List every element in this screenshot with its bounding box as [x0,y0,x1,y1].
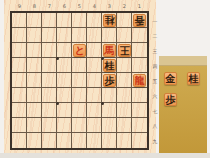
board-square[interactable] [102,28,117,43]
file-label: 9 [13,2,26,10]
board-square[interactable] [57,133,72,148]
board-square[interactable] [72,88,87,103]
piece-glyph: 歩 [104,75,115,86]
board-square[interactable] [117,13,132,28]
hand-piece[interactable]: 桂 [187,72,200,85]
board-square[interactable] [42,133,57,148]
piece-glyph: 香 [134,15,145,26]
file-label: 4 [88,2,101,10]
board-square[interactable] [117,118,132,133]
board-square[interactable] [42,103,57,118]
board-square[interactable] [12,103,27,118]
board-square[interactable] [27,118,42,133]
board-square[interactable] [12,88,27,103]
shogi-piece[interactable]: 王 [118,44,131,57]
board-square[interactable] [132,103,147,118]
board-square[interactable] [57,13,72,28]
board-square[interactable] [12,118,27,133]
shogi-piece[interactable]: 馬 [103,44,116,57]
board-square[interactable] [57,103,72,118]
board-grid [12,13,147,148]
file-label: 5 [73,2,86,10]
board-square[interactable] [87,28,102,43]
board-square[interactable] [72,133,87,148]
rank-label: 七 [152,105,158,117]
file-label: 7 [43,2,56,10]
board-square[interactable] [12,13,27,28]
hoshi-dot [56,57,59,60]
tray-header: ▲ [159,56,207,66]
board-square[interactable] [42,73,57,88]
piece-glyph: 歩 [165,94,176,105]
board-square[interactable] [117,103,132,118]
board-square[interactable] [102,133,117,148]
board-square[interactable] [72,13,87,28]
board-square[interactable] [87,88,102,103]
hand-piece[interactable]: 歩 [164,93,177,106]
board-square[interactable] [132,88,147,103]
file-label: 1 [133,2,146,10]
board-square[interactable] [27,73,42,88]
shogi-piece[interactable]: 香 [133,14,146,27]
hand-piece[interactable]: 金 [164,72,177,85]
board-square[interactable] [117,58,132,73]
board-square[interactable] [132,133,147,148]
shogi-piece[interactable]: 桂 [103,59,116,72]
board-square[interactable] [102,118,117,133]
board-square[interactable] [42,28,57,43]
piece-glyph: と [74,45,85,56]
board-square[interactable] [12,43,27,58]
board-square[interactable] [57,73,72,88]
board-square[interactable] [117,133,132,148]
rank-label: 六 [152,90,158,102]
board-square[interactable] [132,58,147,73]
hoshi-dot [101,102,104,105]
board-square[interactable] [27,28,42,43]
board-square[interactable] [87,103,102,118]
board-square[interactable] [117,88,132,103]
board-square[interactable] [27,43,42,58]
board-square[interactable] [42,118,57,133]
shogi-board [10,11,149,150]
shogi-piece[interactable]: 歩 [103,74,116,87]
board-square[interactable] [102,88,117,103]
piece-glyph: 桂 [104,60,115,71]
board-square[interactable] [102,103,117,118]
board-square[interactable] [57,118,72,133]
board-square[interactable] [57,58,72,73]
board-square[interactable] [12,58,27,73]
board-square[interactable] [42,13,57,28]
board-square[interactable] [72,58,87,73]
board-square[interactable] [117,73,132,88]
rank-label: 三 [152,45,158,57]
board-square[interactable] [57,43,72,58]
board-square[interactable] [72,28,87,43]
file-label: 2 [118,2,131,10]
file-label: 6 [58,2,71,10]
board-square[interactable] [12,133,27,148]
rank-label: 九 [152,135,158,147]
board-square[interactable] [72,118,87,133]
shogi-piece[interactable]: と [73,44,86,57]
board-square[interactable] [12,28,27,43]
board-square[interactable] [132,28,147,43]
board-square[interactable] [87,118,102,133]
board-square[interactable] [87,73,102,88]
board-square[interactable] [27,88,42,103]
hoshi-dot [56,102,59,105]
file-coordinates: 987654321 [12,1,147,10]
piece-glyph: 王 [119,45,130,56]
rank-label: 五 [152,75,158,87]
bottom-strip [0,153,210,158]
board-square[interactable] [42,58,57,73]
board-square[interactable] [87,13,102,28]
board-square[interactable] [117,28,132,43]
board-square[interactable] [27,103,42,118]
piece-glyph: 金 [165,73,176,84]
shogi-piece[interactable]: 龍 [133,74,146,87]
board-square[interactable] [132,118,147,133]
board-square[interactable] [27,58,42,73]
file-label: 3 [103,2,116,10]
board-square[interactable] [87,58,102,73]
board-square[interactable] [42,43,57,58]
board-square[interactable] [72,73,87,88]
shogi-piece[interactable]: 桂 [103,14,116,27]
piece-glyph: 桂 [104,15,115,26]
board-square[interactable] [27,13,42,28]
board-square[interactable] [42,88,57,103]
piece-glyph: 馬 [104,45,115,56]
board-square[interactable] [57,88,72,103]
board-square[interactable] [87,133,102,148]
board-square[interactable] [72,103,87,118]
board-square[interactable] [27,133,42,148]
board-square[interactable] [57,28,72,43]
file-label: 8 [28,2,41,10]
board-square[interactable] [12,73,27,88]
piece-glyph: 龍 [134,75,145,86]
rank-label: 八 [152,120,158,132]
piece-glyph: 桂 [188,73,199,84]
rank-coordinates: 一二三四五六七八九 [151,13,159,148]
rank-label: 二 [152,30,158,42]
rank-label: 四 [152,60,158,72]
board-square[interactable] [87,43,102,58]
board-square[interactable] [132,43,147,58]
rank-label: 一 [152,15,158,27]
